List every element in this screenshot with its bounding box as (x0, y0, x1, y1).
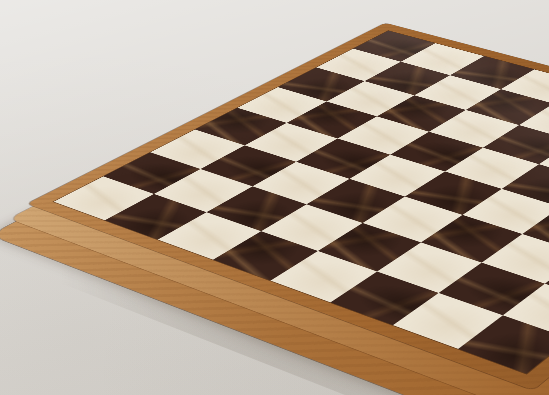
photo-scene (0, 0, 549, 395)
chessboard (27, 23, 549, 391)
